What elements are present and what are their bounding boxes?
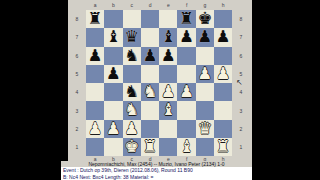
square-d1[interactable]: ♜ [141,138,159,156]
file-label-f: f [177,3,195,8]
square-h8[interactable] [214,10,232,28]
rank-label-1: 1 [233,138,249,156]
square-a3[interactable] [86,101,104,119]
square-d8[interactable] [141,10,159,28]
square-f4[interactable]: ♟ [177,83,195,101]
rank-label-4: 4 [69,83,85,101]
white-pawn[interactable]: ♟ [123,120,141,138]
file-labels-top: abcdefgh [86,3,232,8]
white-pawn[interactable]: ♟ [196,65,214,83]
square-c7[interactable]: ♛ [123,28,141,46]
white-knight[interactable]: ♞ [141,83,159,101]
square-h6[interactable] [214,47,232,65]
square-f3[interactable] [177,101,195,119]
square-b7[interactable]: ♝ [104,28,122,46]
square-a7[interactable] [86,28,104,46]
square-d6[interactable]: ♟ [141,47,159,65]
file-label-h: h [214,3,232,8]
black-king[interactable]: ♚ [196,10,214,28]
square-a6[interactable]: ♟ [86,47,104,65]
square-c4[interactable]: ♞ [123,83,141,101]
black-bishop[interactable]: ♝ [159,28,177,46]
square-e2[interactable] [159,120,177,138]
square-f6[interactable] [177,47,195,65]
file-label-g: g [196,3,214,8]
square-h4[interactable] [214,83,232,101]
square-e7[interactable]: ♝ [159,28,177,46]
black-knight[interactable]: ♞ [123,47,141,65]
video-frame: abcdefgh 87654321 ♜♜♚♝♛♝♟♟♟♟♞♟♟♟♟♟♞♞♟♟♞♝… [0,0,320,180]
square-a1[interactable] [86,138,104,156]
rank-label-1: 1 [69,138,85,156]
square-f1[interactable]: ♝ [177,138,195,156]
square-b8[interactable] [104,10,122,28]
rank-label-7: 7 [69,28,85,46]
square-c6[interactable]: ♞ [123,47,141,65]
square-f2[interactable] [177,120,195,138]
square-g8[interactable]: ♚ [196,10,214,28]
black-rook[interactable]: ♜ [177,10,195,28]
square-d3[interactable] [141,101,159,119]
square-b3[interactable] [104,101,122,119]
square-b2[interactable]: ♟ [104,120,122,138]
white-pawn[interactable]: ♟ [159,83,177,101]
white-pawn[interactable]: ♟ [104,120,122,138]
square-c3[interactable]: ♞ [123,101,141,119]
rank-label-3: 3 [69,101,85,119]
black-pawn[interactable]: ♟ [104,65,122,83]
white-pawn[interactable]: ♟ [177,83,195,101]
square-g5[interactable]: ♟ [196,65,214,83]
square-e4[interactable]: ♟ [159,83,177,101]
white-queen[interactable]: ♛ [196,120,214,138]
file-label-e: e [159,3,177,8]
black-pawn[interactable]: ♟ [177,28,195,46]
status-line: B: Nc4 Next: Bxc4 Length: 38 Material: = [61,174,252,180]
mouse-cursor-icon: ↖ [236,79,243,87]
game-info-footer: Nepomniachtchi, Max (2454) -- Muzio, Iva… [61,161,252,180]
square-h5[interactable]: ♟ [214,65,232,83]
black-rook[interactable]: ♜ [86,10,104,28]
square-g6[interactable] [196,47,214,65]
square-a8[interactable]: ♜ [86,10,104,28]
square-h3[interactable] [214,101,232,119]
square-g1[interactable] [196,138,214,156]
square-d7[interactable] [141,28,159,46]
rank-label-2: 2 [69,120,85,138]
file-label-b: b [104,3,122,8]
square-c2[interactable]: ♟ [123,120,141,138]
square-a4[interactable] [86,83,104,101]
black-pawn[interactable]: ♟ [214,28,232,46]
black-knight[interactable]: ♞ [123,83,141,101]
square-e6[interactable]: ♟ [159,47,177,65]
square-c8[interactable] [123,10,141,28]
square-a5[interactable] [86,65,104,83]
square-f8[interactable]: ♜ [177,10,195,28]
square-g4[interactable] [196,83,214,101]
black-pawn[interactable]: ♟ [159,47,177,65]
square-b4[interactable] [104,83,122,101]
square-e3[interactable]: ♝ [159,101,177,119]
white-pawn[interactable]: ♟ [214,65,232,83]
rank-label-5: 5 [69,65,85,83]
square-a2[interactable]: ♟ [86,120,104,138]
square-e1[interactable] [159,138,177,156]
square-d2[interactable] [141,120,159,138]
rank-label-2: 2 [233,120,249,138]
rank-labels-left: 87654321 [69,10,85,156]
square-g7[interactable]: ♟ [196,28,214,46]
rank-label-6: 6 [69,47,85,65]
square-f7[interactable]: ♟ [177,28,195,46]
square-d4[interactable]: ♞ [141,83,159,101]
white-bishop[interactable]: ♝ [159,101,177,119]
black-pawn[interactable]: ♟ [86,47,104,65]
file-label-a: a [86,3,104,8]
black-pawn[interactable]: ♟ [141,47,159,65]
square-b6[interactable] [104,47,122,65]
rank-label-6: 6 [233,47,249,65]
square-c1[interactable]: ♚ [123,138,141,156]
chess-board[interactable]: ♜♜♚♝♛♝♟♟♟♟♞♟♟♟♟♟♞♞♟♟♞♝♟♟♟♛♚♜♝♜ [86,10,232,156]
rank-label-8: 8 [233,10,249,28]
black-bishop[interactable]: ♝ [104,28,122,46]
white-pawn[interactable]: ♟ [86,120,104,138]
file-label-d: d [141,3,159,8]
square-d5[interactable] [141,65,159,83]
square-h7[interactable]: ♟ [214,28,232,46]
white-rook[interactable]: ♜ [214,138,232,156]
black-pawn[interactable]: ♟ [196,28,214,46]
square-e8[interactable] [159,10,177,28]
square-g3[interactable] [196,101,214,119]
white-bishop[interactable]: ♝ [177,138,195,156]
square-e5[interactable] [159,65,177,83]
square-b1[interactable] [104,138,122,156]
square-h1[interactable]: ♜ [214,138,232,156]
black-queen[interactable]: ♛ [123,28,141,46]
square-g2[interactable]: ♛ [196,120,214,138]
rank-label-8: 8 [69,10,85,28]
rank-label-7: 7 [233,28,249,46]
rank-label-3: 3 [233,101,249,119]
white-rook[interactable]: ♜ [141,138,159,156]
square-c5[interactable] [123,65,141,83]
square-h2[interactable] [214,120,232,138]
file-label-c: c [123,3,141,8]
white-knight[interactable]: ♞ [123,101,141,119]
square-b5[interactable]: ♟ [104,65,122,83]
square-f5[interactable] [177,65,195,83]
white-king[interactable]: ♚ [123,138,141,156]
